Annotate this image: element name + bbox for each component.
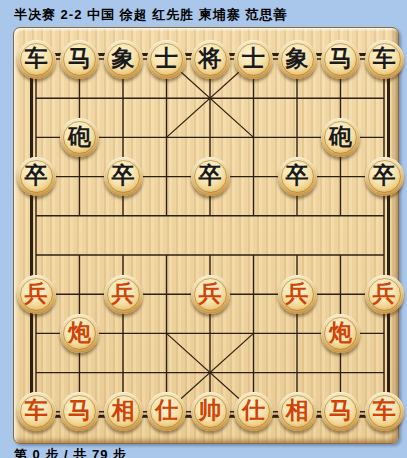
piece-black-cannon[interactable]: 砲 [321,118,360,157]
piece-glyph: 相 [112,399,135,422]
piece-black-pawn[interactable]: 卒 [17,157,56,196]
piece-glyph: 车 [25,399,48,422]
piece-red-cannon[interactable]: 炮 [60,314,99,353]
piece-black-advisor[interactable]: 士 [234,40,273,79]
piece-black-pawn[interactable]: 卒 [365,157,404,196]
xiangqi-board[interactable]: 车马象士将士象马车砲砲卒卒卒卒卒兵兵兵兵兵炮炮车马相仕帅仕相马车 [13,27,399,444]
piece-black-pawn[interactable]: 卒 [278,157,317,196]
piece-black-elephant[interactable]: 象 [104,40,143,79]
piece-red-advisor[interactable]: 仕 [234,392,273,431]
piece-red-horse[interactable]: 马 [60,392,99,431]
piece-glyph: 相 [286,399,309,422]
piece-red-advisor[interactable]: 仕 [147,392,186,431]
piece-glyph: 卒 [25,164,48,187]
piece-glyph: 卒 [286,164,309,187]
status-bar: 第 0 步 / 共 79 步 [14,446,127,458]
piece-red-elephant[interactable]: 相 [278,392,317,431]
piece-glyph: 士 [242,47,265,70]
piece-glyph: 兵 [199,282,222,305]
piece-glyph: 砲 [68,125,91,148]
piece-red-horse[interactable]: 马 [321,392,360,431]
piece-red-pawn[interactable]: 兵 [365,275,404,314]
piece-black-pawn[interactable]: 卒 [104,157,143,196]
piece-glyph: 象 [112,47,135,70]
piece-glyph: 车 [373,399,396,422]
piece-glyph: 兵 [373,282,396,305]
piece-black-rook[interactable]: 车 [17,40,56,79]
piece-red-elephant[interactable]: 相 [104,392,143,431]
piece-black-advisor[interactable]: 士 [147,40,186,79]
piece-red-pawn[interactable]: 兵 [104,275,143,314]
piece-black-horse[interactable]: 马 [60,40,99,79]
piece-black-pawn[interactable]: 卒 [191,157,230,196]
piece-black-cannon[interactable]: 砲 [60,118,99,157]
piece-glyph: 象 [286,47,309,70]
piece-glyph: 马 [329,399,352,422]
piece-glyph: 士 [155,47,178,70]
piece-glyph: 将 [199,47,222,70]
piece-glyph: 马 [329,47,352,70]
piece-glyph: 仕 [242,399,265,422]
piece-glyph: 车 [373,47,396,70]
piece-red-pawn[interactable]: 兵 [191,275,230,314]
piece-glyph: 卒 [112,164,135,187]
piece-black-general[interactable]: 将 [191,40,230,79]
piece-black-horse[interactable]: 马 [321,40,360,79]
piece-glyph: 车 [25,47,48,70]
piece-glyph: 炮 [329,321,352,344]
piece-glyph: 兵 [286,282,309,305]
piece-red-pawn[interactable]: 兵 [278,275,317,314]
piece-glyph: 兵 [25,282,48,305]
piece-glyph: 马 [68,399,91,422]
piece-glyph: 砲 [329,125,352,148]
piece-glyph: 帅 [199,399,222,422]
match-info-bar: 半决赛 2-2 中国 徐超 红先胜 柬埔寨 范思善 [14,6,287,24]
piece-red-general[interactable]: 帅 [191,392,230,431]
piece-red-cannon[interactable]: 炮 [321,314,360,353]
piece-glyph: 炮 [68,321,91,344]
piece-red-rook[interactable]: 车 [17,392,56,431]
piece-glyph: 仕 [155,399,178,422]
piece-red-rook[interactable]: 车 [365,392,404,431]
piece-glyph: 兵 [112,282,135,305]
piece-red-pawn[interactable]: 兵 [17,275,56,314]
piece-glyph: 卒 [199,164,222,187]
piece-black-elephant[interactable]: 象 [278,40,317,79]
piece-glyph: 马 [68,47,91,70]
piece-black-rook[interactable]: 车 [365,40,404,79]
piece-glyph: 卒 [373,164,396,187]
pieces-layer: 车马象士将士象马车砲砲卒卒卒卒卒兵兵兵兵兵炮炮车马相仕帅仕相马车 [14,28,398,443]
